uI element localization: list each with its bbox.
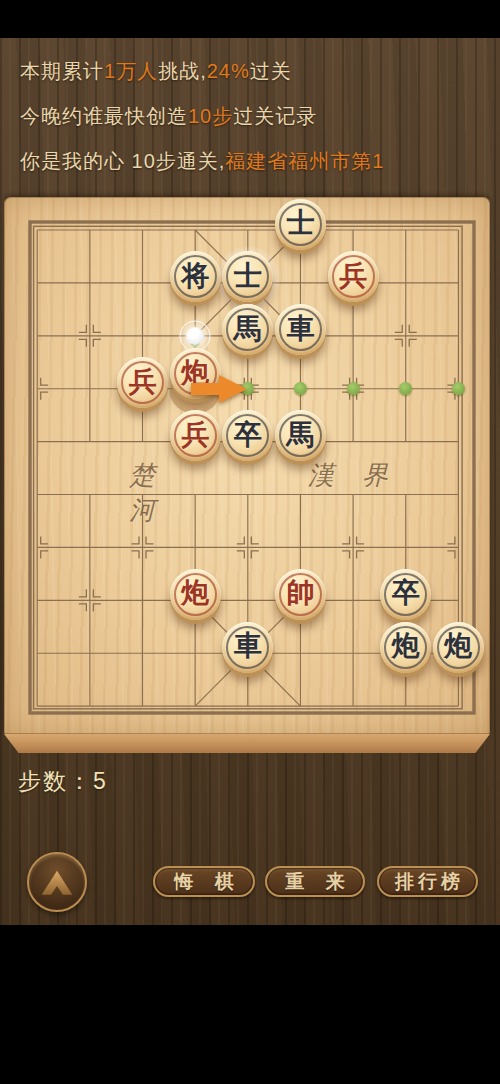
piece-disc[interactable]: 馬: [222, 304, 273, 355]
piece-black-general[interactable]: 将: [169, 256, 222, 309]
piece-glyph: 兵: [128, 368, 156, 396]
move-hint-dot[interactable]: [274, 362, 327, 415]
piece-disc[interactable]: 士: [222, 251, 273, 302]
piece-black-advisor[interactable]: 士: [274, 204, 327, 257]
piece-black-cannon[interactable]: 炮: [379, 627, 432, 680]
piece-disc[interactable]: 卒: [380, 569, 431, 620]
move-hint-arrow-icon: [183, 370, 253, 408]
piece-glyph: 士: [234, 262, 262, 290]
ticker-text: 过关记录: [233, 105, 317, 127]
piece-disc[interactable]: 兵: [117, 357, 168, 408]
record-ticker: 本期累计1万人挑战,24%过关今晚约谁最快创造10步过关记录你是我的心 10步通…: [20, 49, 490, 184]
piece-disc[interactable]: 将: [170, 251, 221, 302]
app-root: 本期累计1万人挑战,24%过关今晚约谁最快创造10步过关记录你是我的心 10步通…: [0, 0, 500, 1084]
hint-dot[interactable]: [294, 382, 307, 395]
piece-glyph: 馬: [286, 421, 314, 449]
step-counter-value: 5: [93, 768, 108, 794]
hint-dot[interactable]: [347, 382, 360, 395]
piece-glyph: 将: [181, 262, 209, 290]
hint-dot[interactable]: [452, 382, 465, 395]
piece-disc[interactable]: 馬: [275, 410, 326, 461]
piece-glyph: 兵: [339, 262, 367, 290]
piece-red-soldier[interactable]: 兵: [116, 362, 169, 415]
chevron-up-icon: [37, 862, 77, 902]
piece-glyph: 炮: [444, 632, 472, 660]
ticker-line: 今晚约谁最快创造10步过关记录: [20, 94, 490, 139]
piece-disc[interactable]: 車: [222, 622, 273, 673]
piece-red-soldier[interactable]: 兵: [327, 256, 380, 309]
piece-glyph: 兵: [181, 421, 209, 449]
status-bar: [0, 0, 500, 38]
ticker-text: 你是我的心 10步通关,: [20, 150, 225, 172]
piece-black-soldier[interactable]: 卒: [379, 574, 432, 627]
piece-black-soldier[interactable]: 卒: [221, 415, 274, 468]
move-hint-dot[interactable]: [432, 362, 485, 415]
ticker-text: 本期累计: [20, 60, 104, 82]
move-hint-dot[interactable]: [379, 362, 432, 415]
board-panel-bevel: [4, 734, 490, 753]
ticker-highlight-text: 1万人: [104, 60, 158, 82]
piece-glyph: 車: [234, 632, 262, 660]
hint-dot[interactable]: [399, 382, 412, 395]
ticker-text: 今晚约谁最快创造: [20, 105, 188, 127]
xiangqi-board[interactable]: 士将士兵馬車兵炮兵卒馬炮帥卒車炮炮: [11, 204, 485, 733]
piece-glyph: 馬: [234, 315, 262, 343]
piece-black-chariot[interactable]: 車: [274, 309, 327, 362]
piece-glyph: 士: [286, 209, 314, 237]
restart-button[interactable]: 重 来: [265, 866, 365, 897]
piece-disc[interactable]: 兵: [170, 410, 221, 461]
piece-disc[interactable]: 車: [275, 304, 326, 355]
piece-glyph: 卒: [392, 579, 420, 607]
piece-disc[interactable]: 士: [275, 199, 326, 250]
ticker-line: 你是我的心 10步通关,福建省福州市第1: [20, 139, 490, 184]
piece-black-chariot[interactable]: 車: [221, 627, 274, 680]
piece-black-advisor[interactable]: 士: [221, 256, 274, 309]
ticker-highlight-text: 24%: [207, 60, 250, 82]
piece-red-soldier[interactable]: 兵: [169, 415, 222, 468]
piece-black-horse[interactable]: 馬: [274, 415, 327, 468]
android-nav-bar: Bai du 经验 jingyan.baidu.com: [0, 925, 500, 1084]
piece-red-cannon[interactable]: 炮: [169, 574, 222, 627]
highlight-ball: [186, 327, 204, 345]
undo-move-button[interactable]: 悔 棋: [153, 866, 255, 897]
piece-disc[interactable]: 炮: [380, 622, 431, 673]
piece-glyph: 炮: [181, 579, 209, 607]
ticker-text: 挑战,: [158, 60, 207, 82]
move-hint-dot[interactable]: [327, 362, 380, 415]
ticker-highlight-text: 福建省福州市第1: [225, 150, 384, 172]
piece-disc[interactable]: 炮: [170, 569, 221, 620]
leaderboard-button[interactable]: 排行榜: [377, 866, 478, 897]
expand-up-button[interactable]: [27, 852, 87, 912]
piece-glyph: 帥: [286, 579, 314, 607]
piece-disc[interactable]: 帥: [275, 569, 326, 620]
step-counter-label: 步数：: [18, 768, 93, 794]
piece-glyph: 車: [286, 315, 314, 343]
ticker-text: 过关: [250, 60, 292, 82]
piece-glyph: 卒: [234, 421, 262, 449]
piece-disc[interactable]: 卒: [222, 410, 273, 461]
piece-red-general[interactable]: 帥: [274, 574, 327, 627]
piece-glyph: 炮: [392, 632, 420, 660]
piece-disc[interactable]: 炮: [433, 622, 484, 673]
piece-black-horse[interactable]: 馬: [221, 309, 274, 362]
piece-black-cannon[interactable]: 炮: [432, 627, 485, 680]
step-counter: 步数：5: [18, 766, 108, 797]
piece-disc[interactable]: 兵: [328, 251, 379, 302]
ticker-line: 本期累计1万人挑战,24%过关: [20, 49, 490, 94]
ticker-highlight-text: 10步: [188, 105, 233, 127]
